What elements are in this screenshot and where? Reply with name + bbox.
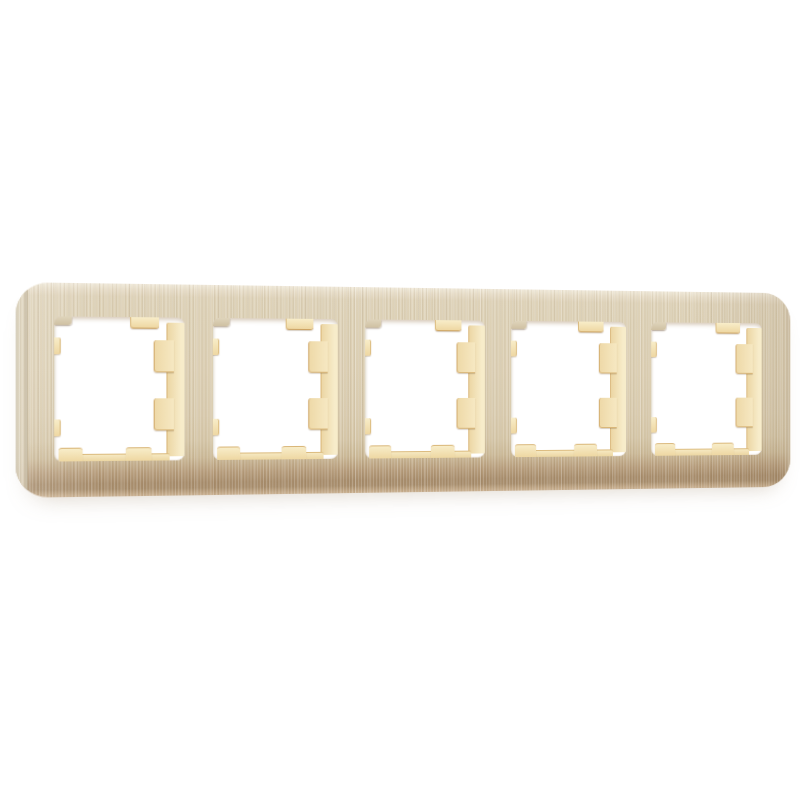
frame-window-2 — [212, 318, 337, 460]
liner-tab-top-right — [130, 317, 159, 329]
liner-tab-left-lower — [511, 418, 517, 434]
liner-tab-left-lower — [651, 417, 657, 433]
liner-tab-right-lower — [153, 398, 173, 430]
liner-tab-right-lower — [308, 398, 327, 430]
liner-tab-left-lower — [54, 419, 61, 436]
liner-tab-right-lower — [456, 398, 475, 429]
liner-tab-bottom-left — [654, 443, 674, 456]
liner-tab-right-upper — [153, 340, 173, 372]
liner-tab-right-upper — [598, 343, 616, 373]
liner-tab-top-right — [434, 320, 461, 331]
liner-tab-bottom-left — [369, 445, 391, 458]
liner-tab-right-lower — [598, 398, 616, 428]
liner-tab-top-right — [715, 323, 740, 334]
photo-canvas — [0, 0, 800, 800]
liner-tab-bottom-right — [711, 443, 733, 456]
liner-tab-top-right — [578, 322, 604, 333]
liner-tab-right-upper — [735, 344, 752, 374]
liner-tab-bottom-left — [58, 448, 82, 462]
metal-step-top-left — [511, 321, 526, 329]
liner-tab-left-upper — [511, 341, 517, 357]
liner-tab-left-lower — [365, 418, 371, 434]
metal-step-top-left — [651, 322, 666, 330]
liner-tab-right-lower — [735, 398, 752, 428]
frame-front-face — [16, 282, 791, 498]
liner-tab-bottom-right — [125, 447, 151, 461]
liner-tab-bottom-right — [430, 445, 454, 458]
switch-frame — [16, 282, 791, 498]
metal-step-top-left — [212, 318, 229, 326]
liner-tab-top-right — [285, 319, 313, 330]
liner-tab-right-upper — [308, 341, 327, 373]
liner-tab-left-upper — [54, 337, 61, 354]
liner-tab-bottom-right — [281, 446, 306, 459]
metal-step-top-left — [365, 319, 381, 327]
liner-tab-left-upper — [212, 339, 218, 356]
liner-tab-left-lower — [212, 419, 218, 436]
frame-window-1 — [54, 316, 184, 461]
frame-window-5 — [651, 322, 762, 456]
liner-tab-bottom-right — [574, 444, 597, 457]
metal-step-top-left — [54, 316, 71, 325]
frame-window-4 — [511, 321, 626, 457]
product-photo — [0, 0, 800, 800]
liner-tab-bottom-left — [514, 444, 535, 457]
liner-tab-bottom-left — [217, 446, 240, 460]
liner-tab-right-upper — [456, 342, 475, 373]
liner-tab-left-upper — [651, 342, 657, 358]
frame-window-3 — [365, 319, 485, 458]
liner-tab-left-upper — [365, 340, 371, 356]
